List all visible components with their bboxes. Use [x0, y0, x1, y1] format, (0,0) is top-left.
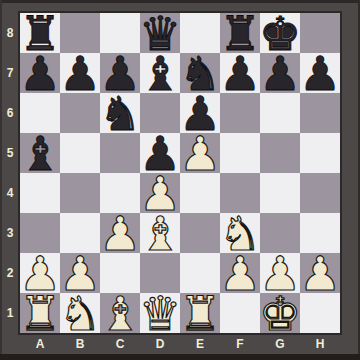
- square-h7[interactable]: ♟: [300, 53, 340, 93]
- square-b1[interactable]: ♞: [60, 293, 100, 333]
- square-b4[interactable]: [60, 173, 100, 213]
- square-c1[interactable]: ♝: [100, 293, 140, 333]
- frame-top-bevel: [0, 0, 360, 3]
- file-label-c: C: [100, 333, 140, 354]
- piece-black-bishop[interactable]: ♝: [139, 54, 181, 94]
- piece-black-pawn[interactable]: ♟: [219, 54, 261, 94]
- file-labels: ABCDEFGH: [20, 333, 340, 354]
- rank-label-4: 4: [0, 173, 20, 213]
- square-h4[interactable]: [300, 173, 340, 213]
- square-h2[interactable]: ♟: [300, 253, 340, 293]
- square-f5[interactable]: [220, 133, 260, 173]
- piece-white-rook[interactable]: ♜: [179, 294, 221, 334]
- file-label-f: F: [220, 333, 260, 354]
- square-b5[interactable]: [60, 133, 100, 173]
- square-b7[interactable]: ♟: [60, 53, 100, 93]
- file-label-d: D: [140, 333, 180, 354]
- chess-board-frame: ♜♛♜♚♟♟♟♝♞♟♟♟♞♟♝♟♟♟♟♝♞♟♟♟♟♟♜♞♝♛♜♚ 8765432…: [0, 0, 360, 360]
- file-label-h: H: [300, 333, 340, 354]
- square-d7[interactable]: ♝: [140, 53, 180, 93]
- rank-label-2: 2: [0, 253, 20, 293]
- square-e5[interactable]: ♟: [180, 133, 220, 173]
- piece-white-bishop[interactable]: ♝: [139, 214, 181, 254]
- square-d3[interactable]: ♝: [140, 213, 180, 253]
- piece-black-pawn[interactable]: ♟: [19, 54, 61, 94]
- square-c6[interactable]: ♞: [100, 93, 140, 133]
- piece-black-pawn[interactable]: ♟: [259, 54, 301, 94]
- square-e1[interactable]: ♜: [180, 293, 220, 333]
- piece-black-knight[interactable]: ♞: [99, 94, 141, 134]
- piece-white-pawn[interactable]: ♟: [299, 254, 341, 294]
- piece-white-pawn[interactable]: ♟: [179, 134, 221, 174]
- square-e3[interactable]: [180, 213, 220, 253]
- rank-label-1: 1: [0, 293, 20, 333]
- square-h5[interactable]: [300, 133, 340, 173]
- frame-bottom-bevel: [0, 354, 360, 360]
- piece-white-bishop[interactable]: ♝: [99, 294, 141, 334]
- chess-board: ♜♛♜♚♟♟♟♝♞♟♟♟♞♟♝♟♟♟♟♝♞♟♟♟♟♟♜♞♝♛♜♚: [20, 13, 340, 333]
- piece-white-knight[interactable]: ♞: [59, 294, 101, 334]
- piece-white-pawn[interactable]: ♟: [99, 214, 141, 254]
- piece-white-queen[interactable]: ♛: [139, 294, 181, 334]
- square-g4[interactable]: [260, 173, 300, 213]
- square-g5[interactable]: [260, 133, 300, 173]
- piece-white-king[interactable]: ♚: [259, 294, 301, 334]
- square-f2[interactable]: ♟: [220, 253, 260, 293]
- piece-white-pawn[interactable]: ♟: [219, 254, 261, 294]
- piece-black-pawn[interactable]: ♟: [59, 54, 101, 94]
- piece-black-pawn[interactable]: ♟: [299, 54, 341, 94]
- square-c3[interactable]: ♟: [100, 213, 140, 253]
- file-label-a: A: [20, 333, 60, 354]
- square-a1[interactable]: ♜: [20, 293, 60, 333]
- piece-black-bishop[interactable]: ♝: [19, 134, 61, 174]
- square-f7[interactable]: ♟: [220, 53, 260, 93]
- square-d1[interactable]: ♛: [140, 293, 180, 333]
- square-g1[interactable]: ♚: [260, 293, 300, 333]
- rank-label-5: 5: [0, 133, 20, 173]
- square-g7[interactable]: ♟: [260, 53, 300, 93]
- file-label-g: G: [260, 333, 300, 354]
- file-label-e: E: [180, 333, 220, 354]
- rank-label-3: 3: [0, 213, 20, 253]
- file-label-b: B: [60, 333, 100, 354]
- rank-label-8: 8: [0, 13, 20, 53]
- rank-label-7: 7: [0, 53, 20, 93]
- piece-white-rook[interactable]: ♜: [19, 294, 61, 334]
- square-a7[interactable]: ♟: [20, 53, 60, 93]
- rank-label-6: 6: [0, 93, 20, 133]
- square-a5[interactable]: ♝: [20, 133, 60, 173]
